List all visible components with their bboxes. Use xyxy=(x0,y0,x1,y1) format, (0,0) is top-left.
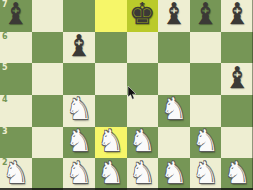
chess-board: 7♝♚♝♝♝6♝5♝4♞♞3♞♞♞♞2♞♞♞♞♞♞♞ xyxy=(0,0,253,190)
rank-label-2: 2 xyxy=(2,158,8,168)
white-knight-piece[interactable]: ♞ xyxy=(129,158,156,188)
square-f2[interactable]: ♞ xyxy=(158,158,190,190)
white-knight-piece[interactable]: ♞ xyxy=(129,126,156,156)
square-c4[interactable]: ♞ xyxy=(63,95,95,127)
rank-label-4: 4 xyxy=(2,95,8,105)
white-knight-piece[interactable]: ♞ xyxy=(224,158,251,188)
white-knight-piece[interactable]: ♞ xyxy=(97,126,124,156)
black-bishop-piece[interactable]: ♝ xyxy=(224,63,251,93)
square-d6[interactable] xyxy=(95,32,127,64)
square-f3[interactable] xyxy=(158,127,190,159)
square-h7[interactable]: ♝ xyxy=(221,0,253,32)
white-knight-piece[interactable]: ♞ xyxy=(97,158,124,188)
square-h5[interactable]: ♝ xyxy=(221,63,253,95)
square-d3[interactable]: ♞ xyxy=(95,127,127,159)
white-knight-piece[interactable]: ♞ xyxy=(160,158,187,188)
square-e3[interactable]: ♞ xyxy=(127,127,159,159)
black-bishop-piece[interactable]: ♝ xyxy=(66,31,93,61)
square-b5[interactable] xyxy=(32,63,64,95)
rank-label-7: 7 xyxy=(2,0,8,10)
square-b6[interactable] xyxy=(32,32,64,64)
white-knight-piece[interactable]: ♞ xyxy=(192,158,219,188)
chess-app-viewport: 7♝♚♝♝♝6♝5♝4♞♞3♞♞♞♞2♞♞♞♞♞♞♞ xyxy=(0,0,253,190)
white-knight-piece[interactable]: ♞ xyxy=(66,126,93,156)
square-c6[interactable]: ♝ xyxy=(63,32,95,64)
square-f6[interactable] xyxy=(158,32,190,64)
black-bishop-piece[interactable]: ♝ xyxy=(160,0,187,29)
square-h4[interactable] xyxy=(221,95,253,127)
white-knight-piece[interactable]: ♞ xyxy=(66,158,93,188)
square-a6[interactable]: 6 xyxy=(0,32,32,64)
square-f4[interactable]: ♞ xyxy=(158,95,190,127)
square-b3[interactable] xyxy=(32,127,64,159)
square-d2[interactable]: ♞ xyxy=(95,158,127,190)
black-king-piece[interactable]: ♚ xyxy=(129,0,156,29)
square-e6[interactable] xyxy=(127,32,159,64)
square-g4[interactable] xyxy=(190,95,222,127)
white-knight-piece[interactable]: ♞ xyxy=(160,94,187,124)
square-g2[interactable]: ♞ xyxy=(190,158,222,190)
square-g5[interactable] xyxy=(190,63,222,95)
square-e4[interactable] xyxy=(127,95,159,127)
white-knight-piece[interactable]: ♞ xyxy=(66,94,93,124)
square-a5[interactable]: 5 xyxy=(0,63,32,95)
square-c7[interactable] xyxy=(63,0,95,32)
rank-label-3: 3 xyxy=(2,127,8,137)
square-h2[interactable]: ♞ xyxy=(221,158,253,190)
square-e5[interactable] xyxy=(127,63,159,95)
square-d5[interactable] xyxy=(95,63,127,95)
square-h3[interactable] xyxy=(221,127,253,159)
square-b4[interactable] xyxy=(32,95,64,127)
square-f7[interactable]: ♝ xyxy=(158,0,190,32)
square-g7[interactable]: ♝ xyxy=(190,0,222,32)
square-a2[interactable]: 2♞ xyxy=(0,158,32,190)
black-bishop-piece[interactable]: ♝ xyxy=(224,0,251,29)
rank-label-6: 6 xyxy=(2,32,8,42)
square-d7[interactable] xyxy=(95,0,127,32)
square-c5[interactable] xyxy=(63,63,95,95)
square-e2[interactable]: ♞ xyxy=(127,158,159,190)
square-d4[interactable] xyxy=(95,95,127,127)
square-e7[interactable]: ♚ xyxy=(127,0,159,32)
square-h6[interactable] xyxy=(221,32,253,64)
rank-label-5: 5 xyxy=(2,63,8,73)
black-bishop-piece[interactable]: ♝ xyxy=(192,0,219,29)
square-g6[interactable] xyxy=(190,32,222,64)
square-a3[interactable]: 3 xyxy=(0,127,32,159)
square-a4[interactable]: 4 xyxy=(0,95,32,127)
square-a7[interactable]: 7♝ xyxy=(0,0,32,32)
square-c3[interactable]: ♞ xyxy=(63,127,95,159)
square-f5[interactable] xyxy=(158,63,190,95)
square-b7[interactable] xyxy=(32,0,64,32)
white-knight-piece[interactable]: ♞ xyxy=(192,126,219,156)
square-b2[interactable] xyxy=(32,158,64,190)
square-c2[interactable]: ♞ xyxy=(63,158,95,190)
square-g3[interactable]: ♞ xyxy=(190,127,222,159)
